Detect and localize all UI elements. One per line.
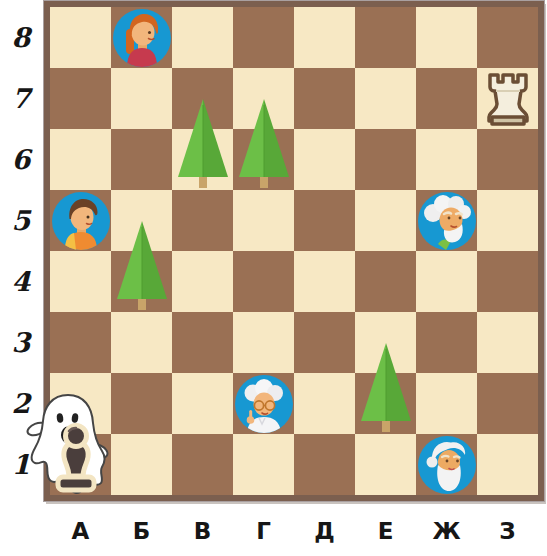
rank-label-7: 7 [0,68,42,129]
old-man-avatar-icon [418,192,476,250]
piece-layer [50,7,538,495]
avatar-oldwoman-Г2[interactable] [235,375,293,433]
tree-Г6[interactable] [236,97,292,189]
rank-label-6: 6 [0,129,42,190]
file-label-З: З [477,510,538,552]
rank-label-3: 3 [0,312,42,373]
file-label-Е: Е [355,510,416,552]
avatar-boy-А5[interactable] [52,192,110,250]
old-woman-avatar-icon [235,375,293,433]
file-label-А: А [50,510,111,552]
fir-tree-icon [358,341,414,433]
file-label-Ж: Ж [416,510,477,552]
fir-tree-icon [175,97,231,189]
file-labels: АБВГДЕЖЗ [50,510,538,552]
black-pawn-icon [52,422,100,494]
rank-label-4: 4 [0,251,42,312]
file-label-В: В [172,510,233,552]
avatar-woman-Б8[interactable] [113,9,171,67]
chess-scene: 87654321 [0,0,547,556]
woman-avatar-icon [113,9,171,67]
rank-label-5: 5 [0,190,42,251]
white-rook-З7[interactable] [483,71,533,129]
tree-Е2[interactable] [358,341,414,433]
file-label-Б: Б [111,510,172,552]
fir-tree-icon [236,97,292,189]
boy-avatar-icon [52,192,110,250]
avatar-oldman-Ж5[interactable] [418,192,476,250]
old-man-long-beard-avatar-icon [418,436,476,494]
rank-label-8: 8 [0,7,42,68]
board-frame [44,1,544,501]
fir-tree-icon [114,219,170,311]
avatar-oldman-beard-Ж1[interactable] [418,436,476,494]
file-label-Г: Г [233,510,294,552]
tree-В6[interactable] [175,97,231,189]
white-rook-icon [483,71,533,129]
black-pawn-А1[interactable] [52,422,100,494]
tree-Б4[interactable] [114,219,170,311]
file-label-Д: Д [294,510,355,552]
